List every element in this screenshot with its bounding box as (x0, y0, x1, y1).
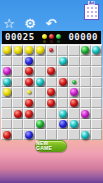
ball-red (3, 131, 11, 139)
scoreboard: 00025 00000 (2, 31, 101, 44)
cell-2-3[interactable] (35, 66, 46, 77)
ball-cyan (3, 78, 11, 86)
cell-4-1[interactable] (12, 87, 23, 98)
next-balls-preview (42, 34, 61, 39)
cell-0-2[interactable] (23, 45, 34, 56)
ball-blue (25, 57, 33, 65)
cell-8-4[interactable] (46, 129, 57, 140)
cell-1-6[interactable] (68, 56, 79, 67)
toolbar: ☆ ⚙ ↶ (2, 16, 62, 31)
cell-3-0[interactable] (1, 77, 12, 88)
cell-5-0[interactable] (1, 98, 12, 109)
cell-7-8[interactable] (91, 119, 102, 130)
ball-green (36, 120, 44, 128)
cell-1-7[interactable] (80, 56, 91, 67)
cell-6-8[interactable] (91, 108, 102, 119)
cell-0-5[interactable] (57, 45, 68, 56)
cell-1-8[interactable] (91, 56, 102, 67)
cell-8-8[interactable] (91, 129, 102, 140)
cell-8-7[interactable] (80, 129, 91, 140)
cell-1-3[interactable] (35, 56, 46, 67)
ad-label: Ad (88, 1, 95, 5)
cell-4-6[interactable] (68, 87, 79, 98)
cell-3-6[interactable] (68, 77, 79, 88)
ball-red (14, 110, 22, 118)
ball-green (81, 46, 89, 54)
cell-3-2[interactable] (23, 77, 34, 88)
new-game-button[interactable]: NEW GAME (35, 140, 67, 152)
ball-magenta (3, 67, 11, 75)
cell-0-1[interactable] (12, 45, 23, 56)
ball-yellow (36, 46, 44, 54)
next-ball-red (49, 48, 53, 52)
cell-3-4[interactable] (46, 77, 57, 88)
cell-2-1[interactable] (12, 66, 23, 77)
cell-0-7[interactable] (80, 45, 91, 56)
cell-7-5[interactable] (57, 119, 68, 130)
cell-2-6[interactable] (68, 66, 79, 77)
star-icon[interactable]: ☆ (2, 16, 16, 31)
cell-7-4[interactable] (46, 119, 57, 130)
ad-icon[interactable]: Ad (84, 4, 99, 20)
cell-7-0[interactable] (1, 119, 12, 130)
ball-blue (59, 120, 67, 128)
cell-0-6[interactable] (68, 45, 79, 56)
cell-6-5[interactable] (57, 108, 68, 119)
ball-cyan (36, 78, 44, 86)
cell-6-3[interactable] (35, 108, 46, 119)
cell-5-6[interactable] (68, 98, 79, 109)
next-ball-red (49, 34, 54, 39)
cell-3-8[interactable] (91, 77, 102, 88)
cell-4-3[interactable] (35, 87, 46, 98)
cell-4-5[interactable] (57, 87, 68, 98)
undo-icon[interactable]: ↶ (44, 16, 58, 31)
ball-cyan (70, 120, 78, 128)
next-ball-yellow (42, 34, 47, 39)
ball-yellow (3, 88, 11, 96)
cell-4-7[interactable] (80, 87, 91, 98)
cell-6-0[interactable] (1, 108, 12, 119)
cell-1-1[interactable] (12, 56, 23, 67)
next-ball-yellow (27, 90, 31, 94)
cell-2-8[interactable] (91, 66, 102, 77)
cell-7-2[interactable] (23, 119, 34, 130)
ball-red (25, 67, 33, 75)
cell-8-5[interactable] (57, 129, 68, 140)
cell-8-0[interactable] (1, 129, 12, 140)
ball-cyan (92, 46, 100, 54)
ball-red (47, 88, 55, 96)
cell-2-0[interactable] (1, 66, 12, 77)
next-ball-green (56, 34, 61, 39)
cell-4-8[interactable] (91, 87, 102, 98)
cell-0-0[interactable] (1, 45, 12, 56)
cell-2-4[interactable] (46, 66, 57, 77)
ball-red (25, 78, 33, 86)
ball-red (59, 78, 67, 86)
cell-4-0[interactable] (1, 87, 12, 98)
cell-1-2[interactable] (23, 56, 34, 67)
next-ball-green (72, 80, 76, 84)
ball-red (25, 99, 33, 107)
cell-5-4[interactable] (46, 98, 57, 109)
cell-8-1[interactable] (12, 129, 23, 140)
ball-magenta (81, 110, 89, 118)
cell-2-2[interactable] (23, 66, 34, 77)
cell-1-4[interactable] (46, 56, 57, 67)
game-screen: ☆ ⚙ ↶ Ad 00025 00000 NEW GAME (0, 0, 103, 183)
new-game-label: NEW GAME (36, 141, 66, 151)
cell-4-2[interactable] (23, 87, 34, 98)
cell-3-5[interactable] (57, 77, 68, 88)
ball-red (70, 99, 78, 107)
ball-magenta (70, 88, 78, 96)
cell-5-8[interactable] (91, 98, 102, 109)
cell-0-3[interactable] (35, 45, 46, 56)
cell-7-1[interactable] (12, 119, 23, 130)
cell-3-1[interactable] (12, 77, 23, 88)
settings-gear-icon[interactable]: ⚙ (23, 16, 37, 31)
ball-yellow (3, 46, 11, 54)
cell-2-7[interactable] (80, 66, 91, 77)
cell-6-6[interactable] (68, 108, 79, 119)
cell-6-7[interactable] (80, 108, 91, 119)
ball-red (25, 110, 33, 118)
cell-7-3[interactable] (35, 119, 46, 130)
cell-7-7[interactable] (80, 119, 91, 130)
cell-1-0[interactable] (1, 56, 12, 67)
cell-1-5[interactable] (57, 56, 68, 67)
cell-5-1[interactable] (12, 98, 23, 109)
cell-5-5[interactable] (57, 98, 68, 109)
cell-3-3[interactable] (35, 77, 46, 88)
cell-8-2[interactable] (23, 129, 34, 140)
cell-5-7[interactable] (80, 98, 91, 109)
cell-8-6[interactable] (68, 129, 79, 140)
cell-4-4[interactable] (46, 87, 57, 98)
cell-5-2[interactable] (23, 98, 34, 109)
ball-blue (25, 131, 33, 139)
cell-5-3[interactable] (35, 98, 46, 109)
ball-yellow (25, 46, 33, 54)
ball-yellow (14, 46, 22, 54)
ball-cyan (59, 57, 67, 65)
cell-2-5[interactable] (57, 66, 68, 77)
ball-red (47, 67, 55, 75)
ball-cyan (59, 110, 67, 118)
cell-6-1[interactable] (12, 108, 23, 119)
ball-cyan (81, 131, 89, 139)
cell-8-3[interactable] (35, 129, 46, 140)
cell-0-8[interactable] (91, 45, 102, 56)
cell-0-4[interactable] (46, 45, 57, 56)
cell-6-4[interactable] (46, 108, 57, 119)
cell-7-6[interactable] (68, 119, 79, 130)
high-score: 00025 (5, 31, 35, 44)
current-score: 00000 (68, 31, 98, 44)
cell-6-2[interactable] (23, 108, 34, 119)
board (1, 44, 102, 140)
ball-red (47, 99, 55, 107)
cell-3-7[interactable] (80, 77, 91, 88)
